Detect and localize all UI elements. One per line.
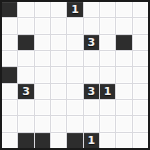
white-cell[interactable] [133, 133, 148, 148]
white-cell[interactable] [67, 100, 82, 115]
clue-number: 3 [87, 37, 95, 48]
clue-number: 3 [22, 86, 30, 97]
white-cell[interactable] [51, 2, 66, 17]
wall-cell [35, 133, 50, 148]
white-cell[interactable] [35, 35, 50, 50]
clue-cell: 3 [18, 84, 33, 99]
white-cell[interactable] [18, 100, 33, 115]
white-cell[interactable] [133, 35, 148, 50]
white-cell[interactable] [100, 133, 115, 148]
white-cell[interactable] [2, 84, 17, 99]
clue-cell: 1 [84, 133, 99, 148]
white-cell[interactable] [116, 2, 131, 17]
white-cell[interactable] [116, 18, 131, 33]
clue-cell: 1 [100, 84, 115, 99]
white-cell[interactable] [84, 100, 99, 115]
white-cell[interactable] [35, 67, 50, 82]
white-cell[interactable] [51, 100, 66, 115]
white-cell[interactable] [100, 2, 115, 17]
white-cell[interactable] [133, 100, 148, 115]
white-cell[interactable] [84, 18, 99, 33]
white-cell[interactable] [35, 51, 50, 66]
white-cell[interactable] [133, 67, 148, 82]
white-cell[interactable] [35, 116, 50, 131]
white-cell[interactable] [35, 2, 50, 17]
white-cell[interactable] [51, 116, 66, 131]
white-cell[interactable] [35, 100, 50, 115]
white-cell[interactable] [67, 35, 82, 50]
white-cell[interactable] [2, 100, 17, 115]
white-cell[interactable] [100, 116, 115, 131]
white-cell[interactable] [18, 67, 33, 82]
white-cell[interactable] [133, 51, 148, 66]
white-cell[interactable] [116, 51, 131, 66]
white-cell[interactable] [18, 51, 33, 66]
wall-cell [67, 133, 82, 148]
white-cell[interactable] [100, 67, 115, 82]
white-cell[interactable] [100, 35, 115, 50]
white-cell[interactable] [100, 18, 115, 33]
white-cell[interactable] [51, 18, 66, 33]
white-cell[interactable] [35, 84, 50, 99]
white-cell[interactable] [2, 51, 17, 66]
white-cell[interactable] [67, 67, 82, 82]
white-cell[interactable] [51, 133, 66, 148]
white-cell[interactable] [116, 67, 131, 82]
white-cell[interactable] [2, 133, 17, 148]
white-cell[interactable] [51, 35, 66, 50]
white-cell[interactable] [2, 116, 17, 131]
white-cell[interactable] [51, 67, 66, 82]
clue-number: 1 [71, 4, 79, 15]
clue-cell: 3 [84, 84, 99, 99]
white-cell[interactable] [116, 100, 131, 115]
wall-cell [116, 35, 131, 50]
white-cell[interactable] [84, 51, 99, 66]
white-cell[interactable] [51, 84, 66, 99]
white-cell[interactable] [100, 51, 115, 66]
white-cell[interactable] [67, 18, 82, 33]
wall-cell [18, 133, 33, 148]
wall-cell [2, 67, 17, 82]
white-cell[interactable] [133, 116, 148, 131]
akari-board: 133311 [0, 0, 150, 150]
white-cell[interactable] [84, 67, 99, 82]
clue-number: 3 [87, 86, 95, 97]
clue-cell: 1 [67, 2, 82, 17]
white-cell[interactable] [51, 51, 66, 66]
white-cell[interactable] [116, 84, 131, 99]
white-cell[interactable] [133, 18, 148, 33]
white-cell[interactable] [84, 116, 99, 131]
white-cell[interactable] [133, 2, 148, 17]
white-cell[interactable] [2, 18, 17, 33]
wall-cell [2, 2, 17, 17]
clue-number: 1 [104, 86, 112, 97]
white-cell[interactable] [116, 116, 131, 131]
white-cell[interactable] [18, 18, 33, 33]
white-cell[interactable] [67, 84, 82, 99]
white-cell[interactable] [67, 51, 82, 66]
white-cell[interactable] [133, 84, 148, 99]
white-cell[interactable] [84, 2, 99, 17]
white-cell[interactable] [116, 133, 131, 148]
wall-cell [18, 35, 33, 50]
white-cell[interactable] [2, 35, 17, 50]
white-cell[interactable] [18, 116, 33, 131]
clue-number: 1 [87, 135, 95, 146]
clue-cell: 3 [84, 35, 99, 50]
white-cell[interactable] [18, 2, 33, 17]
white-cell[interactable] [35, 18, 50, 33]
white-cell[interactable] [100, 100, 115, 115]
white-cell[interactable] [67, 116, 82, 131]
